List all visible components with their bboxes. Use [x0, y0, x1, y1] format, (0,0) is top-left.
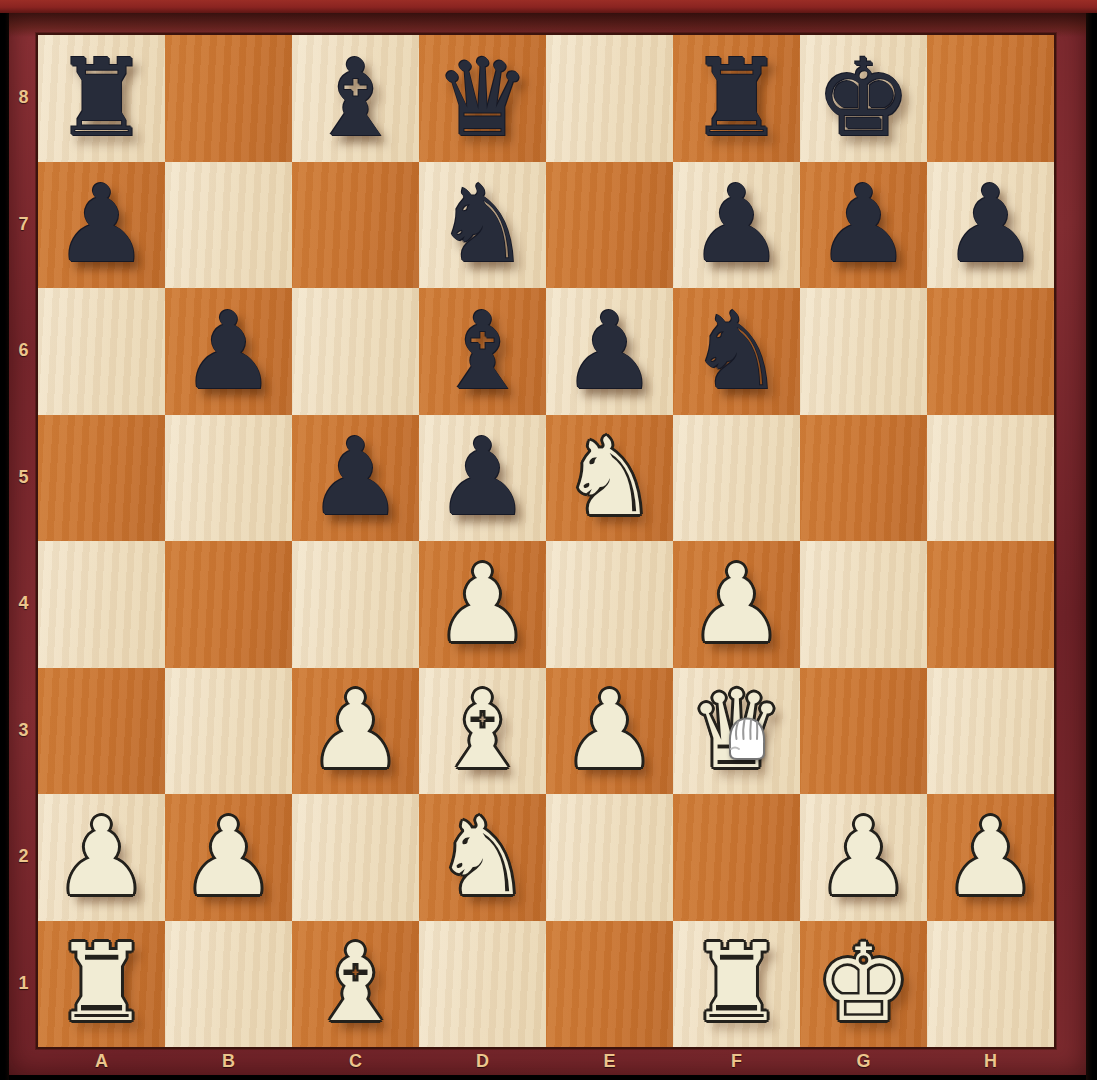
chess-app-window: ♜♝♛♜♚♟♞♟♟♟♟♝♟♞♟♟♞♟♟♟♝♟♛♟♟♞♟♟♜♝♜♚ 8765432…: [0, 0, 1097, 1080]
square-d8[interactable]: ♛: [419, 35, 546, 162]
black-queen-d8[interactable]: ♛: [435, 45, 531, 152]
rank-label-2: 2: [9, 846, 38, 867]
right-edge-bar: [1086, 13, 1097, 1080]
white-knight-e5[interactable]: ♞: [562, 424, 658, 531]
file-label-g: G: [844, 1051, 884, 1072]
square-c6[interactable]: [292, 288, 419, 415]
square-b6[interactable]: ♟: [165, 288, 292, 415]
black-rook-a8[interactable]: ♜: [54, 45, 150, 152]
black-bishop-c8[interactable]: ♝: [308, 45, 404, 152]
square-e5[interactable]: ♞: [546, 415, 673, 542]
black-pawn-c5[interactable]: ♟: [308, 424, 404, 531]
black-pawn-b6[interactable]: ♟: [181, 298, 277, 405]
black-pawn-a7[interactable]: ♟: [54, 171, 150, 278]
square-g8[interactable]: ♚: [800, 35, 927, 162]
black-knight-d7[interactable]: ♞: [435, 171, 531, 278]
square-e4[interactable]: [546, 541, 673, 668]
square-g4[interactable]: [800, 541, 927, 668]
square-a6[interactable]: [38, 288, 165, 415]
left-edge-bar: [0, 13, 9, 1080]
square-e1[interactable]: [546, 921, 673, 1048]
window-top-strip: [0, 0, 1097, 13]
square-f7[interactable]: ♟: [673, 162, 800, 289]
square-d7[interactable]: ♞: [419, 162, 546, 289]
square-d5[interactable]: ♟: [419, 415, 546, 542]
black-pawn-h7[interactable]: ♟: [943, 171, 1039, 278]
square-f6[interactable]: ♞: [673, 288, 800, 415]
square-h5[interactable]: [927, 415, 1054, 542]
square-a2[interactable]: ♟: [38, 794, 165, 921]
square-h6[interactable]: [927, 288, 1054, 415]
square-b2[interactable]: ♟: [165, 794, 292, 921]
file-label-h: H: [971, 1051, 1011, 1072]
white-pawn-h2[interactable]: ♟: [943, 804, 1039, 911]
square-d1[interactable]: [419, 921, 546, 1048]
square-b4[interactable]: [165, 541, 292, 668]
white-bishop-c1[interactable]: ♝: [308, 930, 404, 1037]
square-e6[interactable]: ♟: [546, 288, 673, 415]
black-pawn-d5[interactable]: ♟: [435, 424, 531, 531]
file-label-f: F: [717, 1051, 757, 1072]
black-king-g8[interactable]: ♚: [816, 45, 912, 152]
square-c4[interactable]: [292, 541, 419, 668]
square-b7[interactable]: [165, 162, 292, 289]
white-pawn-f4[interactable]: ♟: [689, 551, 785, 658]
file-label-d: D: [463, 1051, 503, 1072]
hand-grab-cursor-icon: [725, 713, 769, 763]
square-c7[interactable]: [292, 162, 419, 289]
square-h8[interactable]: [927, 35, 1054, 162]
square-d3[interactable]: ♝: [419, 668, 546, 795]
rank-label-5: 5: [9, 467, 38, 488]
square-b1[interactable]: [165, 921, 292, 1048]
white-bishop-d3[interactable]: ♝: [435, 677, 531, 784]
square-e7[interactable]: [546, 162, 673, 289]
square-g6[interactable]: [800, 288, 927, 415]
square-g7[interactable]: ♟: [800, 162, 927, 289]
square-c5[interactable]: ♟: [292, 415, 419, 542]
rank-label-1: 1: [9, 973, 38, 994]
white-pawn-a2[interactable]: ♟: [54, 804, 150, 911]
square-c2[interactable]: [292, 794, 419, 921]
square-h4[interactable]: [927, 541, 1054, 668]
square-f5[interactable]: [673, 415, 800, 542]
white-rook-f1[interactable]: ♜: [689, 930, 785, 1037]
white-pawn-d4[interactable]: ♟: [435, 551, 531, 658]
square-a1[interactable]: ♜: [38, 921, 165, 1048]
square-g5[interactable]: [800, 415, 927, 542]
square-e2[interactable]: [546, 794, 673, 921]
square-e8[interactable]: [546, 35, 673, 162]
file-label-e: E: [590, 1051, 630, 1072]
square-f2[interactable]: [673, 794, 800, 921]
file-label-c: C: [336, 1051, 376, 1072]
square-e3[interactable]: ♟: [546, 668, 673, 795]
square-c8[interactable]: ♝: [292, 35, 419, 162]
white-pawn-b2[interactable]: ♟: [181, 804, 277, 911]
square-g3[interactable]: [800, 668, 927, 795]
chess-board: ♜♝♛♜♚♟♞♟♟♟♟♝♟♞♟♟♞♟♟♟♝♟♛♟♟♞♟♟♜♝♜♚: [38, 35, 1054, 1047]
square-a4[interactable]: [38, 541, 165, 668]
file-label-b: B: [209, 1051, 249, 1072]
square-h7[interactable]: ♟: [927, 162, 1054, 289]
black-rook-f8[interactable]: ♜: [689, 45, 785, 152]
black-pawn-e6[interactable]: ♟: [562, 298, 658, 405]
square-d4[interactable]: ♟: [419, 541, 546, 668]
file-label-a: A: [82, 1051, 122, 1072]
square-b5[interactable]: [165, 415, 292, 542]
rank-label-7: 7: [9, 214, 38, 235]
black-knight-f6[interactable]: ♞: [689, 298, 785, 405]
black-bishop-d6[interactable]: ♝: [435, 298, 531, 405]
square-a3[interactable]: [38, 668, 165, 795]
rank-label-6: 6: [9, 340, 38, 361]
black-pawn-g7[interactable]: ♟: [816, 171, 912, 278]
rank-label-8: 8: [9, 87, 38, 108]
white-king-g1[interactable]: ♚: [816, 930, 912, 1037]
white-knight-d2[interactable]: ♞: [435, 804, 531, 911]
square-c3[interactable]: ♟: [292, 668, 419, 795]
rank-label-3: 3: [9, 720, 38, 741]
square-b3[interactable]: [165, 668, 292, 795]
square-g1[interactable]: ♚: [800, 921, 927, 1048]
rank-label-4: 4: [9, 593, 38, 614]
square-a8[interactable]: ♜: [38, 35, 165, 162]
square-h1[interactable]: [927, 921, 1054, 1048]
square-c1[interactable]: ♝: [292, 921, 419, 1048]
bottom-edge-bar: [9, 1075, 1086, 1080]
square-a5[interactable]: [38, 415, 165, 542]
white-rook-a1[interactable]: ♜: [54, 930, 150, 1037]
square-h3[interactable]: [927, 668, 1054, 795]
square-f1[interactable]: ♜: [673, 921, 800, 1048]
white-pawn-e3[interactable]: ♟: [562, 677, 658, 784]
square-f8[interactable]: ♜: [673, 35, 800, 162]
square-d2[interactable]: ♞: [419, 794, 546, 921]
square-d6[interactable]: ♝: [419, 288, 546, 415]
white-pawn-c3[interactable]: ♟: [308, 677, 404, 784]
white-pawn-g2[interactable]: ♟: [816, 804, 912, 911]
square-b8[interactable]: [165, 35, 292, 162]
square-a7[interactable]: ♟: [38, 162, 165, 289]
black-pawn-f7[interactable]: ♟: [689, 171, 785, 278]
square-h2[interactable]: ♟: [927, 794, 1054, 921]
square-f4[interactable]: ♟: [673, 541, 800, 668]
square-g2[interactable]: ♟: [800, 794, 927, 921]
